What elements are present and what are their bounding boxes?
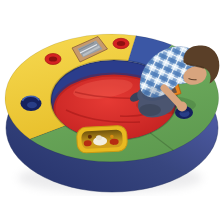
cup-left-floor — [27, 102, 37, 108]
disc-right-core — [117, 41, 125, 46]
child-knee-shading — [139, 104, 161, 116]
disc-left-core — [49, 56, 57, 61]
scene-svg — [0, 0, 224, 224]
child-hand — [177, 102, 187, 112]
product-photo — [0, 0, 224, 224]
tactile-disc-left — [45, 54, 61, 65]
tactile-disc-right — [113, 38, 129, 48]
toy-tray — [76, 125, 127, 153]
cup-recess-left — [21, 96, 42, 111]
